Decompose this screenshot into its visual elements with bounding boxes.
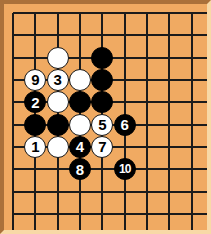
move-3-white-stone: 3 <box>47 69 69 91</box>
grid-line-vertical <box>168 13 170 230</box>
grid-line-horizontal <box>13 213 207 215</box>
black-stone <box>91 69 113 91</box>
black-stone <box>69 91 91 113</box>
move-number-label: 2 <box>31 95 39 110</box>
move-4-black-stone: 4 <box>69 136 91 158</box>
grid-line-vertical <box>12 13 14 230</box>
move-5-white-stone: 5 <box>91 114 113 136</box>
white-stone <box>47 91 69 113</box>
white-stone <box>47 136 69 158</box>
black-stone <box>24 114 46 136</box>
grid-line-horizontal <box>13 34 207 36</box>
move-number-label: 4 <box>76 139 84 154</box>
grid-line-horizontal <box>13 168 207 170</box>
white-stone <box>69 114 91 136</box>
black-stone <box>91 91 113 113</box>
move-number-label: 5 <box>98 117 106 132</box>
move-number-label: 3 <box>53 72 61 87</box>
move-9-white-stone: 9 <box>24 69 46 91</box>
move-8-black-stone: 8 <box>69 158 91 180</box>
grid-line-vertical <box>146 13 148 230</box>
move-number-label: 6 <box>120 117 128 132</box>
move-number-label: 8 <box>76 162 84 177</box>
move-number-label: 7 <box>98 139 106 154</box>
move-7-white-stone: 7 <box>91 136 113 158</box>
move-number-label: 1 <box>31 139 39 154</box>
move-2-black-stone: 2 <box>24 91 46 113</box>
move-number-label: 10 <box>119 163 130 175</box>
grid-line-horizontal <box>13 191 207 193</box>
white-stone <box>69 69 91 91</box>
grid-line-horizontal <box>13 12 207 14</box>
black-stone <box>91 47 113 69</box>
move-6-black-stone: 6 <box>114 114 136 136</box>
black-stone <box>47 114 69 136</box>
grid-line-vertical <box>191 13 193 230</box>
move-10-black-stone: 10 <box>114 158 136 180</box>
go-board: 93256147810 <box>0 0 211 234</box>
white-stone <box>47 47 69 69</box>
move-1-white-stone: 1 <box>24 136 46 158</box>
move-number-label: 9 <box>31 72 39 87</box>
